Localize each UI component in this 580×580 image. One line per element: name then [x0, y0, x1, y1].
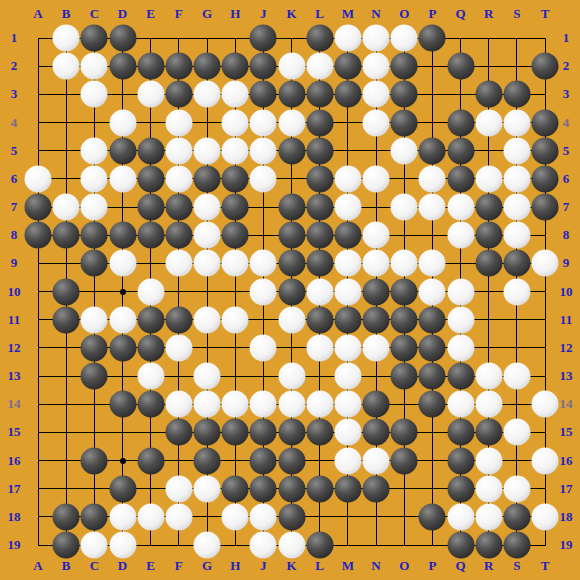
black-stone — [532, 109, 559, 136]
white-stone — [81, 532, 108, 559]
white-stone — [334, 447, 361, 474]
row-label-left: 3 — [11, 86, 18, 102]
black-stone — [81, 503, 108, 530]
black-stone — [334, 475, 361, 502]
black-stone — [137, 165, 164, 192]
white-stone — [250, 278, 277, 305]
black-stone — [165, 53, 192, 80]
white-stone — [447, 391, 474, 418]
white-stone — [194, 391, 221, 418]
white-stone — [165, 109, 192, 136]
col-label-bottom: G — [202, 558, 212, 574]
row-label-left: 5 — [11, 143, 18, 159]
black-stone — [391, 278, 418, 305]
black-stone — [81, 222, 108, 249]
white-stone — [250, 503, 277, 530]
black-stone — [532, 165, 559, 192]
white-stone — [165, 334, 192, 361]
white-stone — [194, 475, 221, 502]
col-label-bottom: K — [286, 558, 296, 574]
black-stone — [391, 306, 418, 333]
hoshi-dot — [120, 289, 126, 295]
black-stone — [503, 250, 530, 277]
white-stone — [194, 532, 221, 559]
white-stone — [363, 53, 390, 80]
white-stone — [475, 165, 502, 192]
white-stone — [363, 25, 390, 52]
black-stone — [306, 306, 333, 333]
black-stone — [391, 419, 418, 446]
col-label-top: O — [399, 6, 409, 22]
col-label-bottom: A — [33, 558, 42, 574]
white-stone — [53, 25, 80, 52]
col-label-top: Q — [455, 6, 465, 22]
col-label-bottom: O — [399, 558, 409, 574]
white-stone — [503, 165, 530, 192]
black-stone — [334, 81, 361, 108]
white-stone — [137, 278, 164, 305]
white-stone — [363, 109, 390, 136]
white-stone — [503, 137, 530, 164]
row-label-right: 18 — [560, 509, 573, 525]
col-label-top: J — [260, 6, 267, 22]
black-stone — [194, 447, 221, 474]
black-stone — [278, 222, 305, 249]
white-stone — [532, 503, 559, 530]
white-stone — [334, 334, 361, 361]
row-label-left: 1 — [11, 30, 18, 46]
white-stone — [447, 278, 474, 305]
black-stone — [53, 222, 80, 249]
white-stone — [53, 53, 80, 80]
white-stone — [81, 53, 108, 80]
row-label-left: 11 — [8, 312, 20, 328]
black-stone — [306, 25, 333, 52]
white-stone — [109, 250, 136, 277]
white-stone — [334, 25, 361, 52]
black-stone — [391, 363, 418, 390]
black-stone — [475, 250, 502, 277]
white-stone — [447, 222, 474, 249]
black-stone — [250, 53, 277, 80]
white-stone — [475, 447, 502, 474]
black-stone — [419, 503, 446, 530]
row-label-left: 9 — [11, 255, 18, 271]
white-stone — [137, 81, 164, 108]
white-stone — [222, 306, 249, 333]
col-label-top: D — [118, 6, 127, 22]
black-stone — [306, 81, 333, 108]
white-stone — [194, 137, 221, 164]
white-stone — [109, 532, 136, 559]
col-label-bottom: C — [90, 558, 99, 574]
white-stone — [447, 306, 474, 333]
black-stone — [250, 25, 277, 52]
black-stone — [419, 391, 446, 418]
white-stone — [109, 109, 136, 136]
white-stone — [475, 475, 502, 502]
row-label-right: 2 — [563, 58, 570, 74]
white-stone — [475, 391, 502, 418]
white-stone — [278, 532, 305, 559]
go-board[interactable]: AABBCCDDEEFFGGHHJJKKLLMMNNOOPPQQRRSSTT11… — [0, 0, 580, 580]
white-stone — [419, 194, 446, 221]
row-label-right: 3 — [563, 86, 570, 102]
black-stone — [81, 25, 108, 52]
white-stone — [165, 137, 192, 164]
row-label-right: 14 — [560, 396, 573, 412]
white-stone — [503, 475, 530, 502]
white-stone — [363, 334, 390, 361]
row-label-right: 19 — [560, 537, 573, 553]
black-stone — [363, 475, 390, 502]
white-stone — [250, 334, 277, 361]
white-stone — [363, 447, 390, 474]
black-stone — [447, 475, 474, 502]
black-stone — [532, 137, 559, 164]
white-stone — [278, 363, 305, 390]
black-stone — [222, 165, 249, 192]
col-label-bottom: Q — [455, 558, 465, 574]
white-stone — [165, 503, 192, 530]
white-stone — [475, 109, 502, 136]
black-stone — [137, 391, 164, 418]
black-stone — [109, 391, 136, 418]
row-label-right: 10 — [560, 284, 573, 300]
col-label-top: T — [541, 6, 550, 22]
white-stone — [278, 109, 305, 136]
row-label-left: 10 — [8, 284, 21, 300]
black-stone — [109, 334, 136, 361]
col-label-top: K — [286, 6, 296, 22]
row-label-right: 17 — [560, 481, 573, 497]
row-label-right: 12 — [560, 340, 573, 356]
black-stone — [419, 25, 446, 52]
white-stone — [109, 503, 136, 530]
black-stone — [363, 391, 390, 418]
black-stone — [447, 363, 474, 390]
white-stone — [81, 165, 108, 192]
black-stone — [165, 419, 192, 446]
black-stone — [391, 109, 418, 136]
white-stone — [222, 137, 249, 164]
black-stone — [306, 475, 333, 502]
black-stone — [306, 532, 333, 559]
row-label-left: 18 — [8, 509, 21, 525]
black-stone — [363, 306, 390, 333]
black-stone — [447, 137, 474, 164]
col-label-top: F — [175, 6, 183, 22]
black-stone — [278, 278, 305, 305]
black-stone — [222, 194, 249, 221]
black-stone — [306, 250, 333, 277]
black-stone — [81, 334, 108, 361]
white-stone — [334, 250, 361, 277]
row-label-left: 6 — [11, 171, 18, 187]
white-stone — [306, 334, 333, 361]
black-stone — [334, 53, 361, 80]
black-stone — [391, 81, 418, 108]
white-stone — [278, 306, 305, 333]
white-stone — [250, 165, 277, 192]
white-stone — [109, 306, 136, 333]
white-stone — [250, 532, 277, 559]
col-label-bottom: E — [146, 558, 155, 574]
black-stone — [250, 475, 277, 502]
white-stone — [137, 363, 164, 390]
white-stone — [222, 503, 249, 530]
row-label-left: 4 — [11, 115, 18, 131]
col-label-bottom: F — [175, 558, 183, 574]
white-stone — [503, 194, 530, 221]
row-label-right: 5 — [563, 143, 570, 159]
col-label-bottom: T — [541, 558, 550, 574]
hoshi-dot — [120, 458, 126, 464]
row-label-left: 12 — [8, 340, 21, 356]
black-stone — [81, 363, 108, 390]
black-stone — [419, 306, 446, 333]
row-label-right: 4 — [563, 115, 570, 131]
row-label-left: 14 — [8, 396, 21, 412]
white-stone — [250, 109, 277, 136]
white-stone — [391, 194, 418, 221]
row-label-left: 7 — [11, 199, 18, 215]
white-stone — [109, 165, 136, 192]
col-label-top: S — [513, 6, 520, 22]
white-stone — [532, 391, 559, 418]
col-label-top: N — [371, 6, 380, 22]
black-stone — [278, 447, 305, 474]
black-stone — [278, 250, 305, 277]
row-label-left: 19 — [8, 537, 21, 553]
white-stone — [503, 109, 530, 136]
row-label-right: 9 — [563, 255, 570, 271]
black-stone — [137, 194, 164, 221]
black-stone — [165, 222, 192, 249]
white-stone — [391, 25, 418, 52]
black-stone — [363, 278, 390, 305]
black-stone — [222, 475, 249, 502]
white-stone — [363, 165, 390, 192]
col-label-top: C — [90, 6, 99, 22]
black-stone — [222, 53, 249, 80]
black-stone — [447, 532, 474, 559]
col-label-top: P — [428, 6, 436, 22]
black-stone — [503, 532, 530, 559]
black-stone — [532, 53, 559, 80]
black-stone — [250, 447, 277, 474]
black-stone — [475, 419, 502, 446]
col-label-bottom: S — [513, 558, 520, 574]
black-stone — [165, 194, 192, 221]
row-label-left: 2 — [11, 58, 18, 74]
white-stone — [194, 250, 221, 277]
white-stone — [532, 250, 559, 277]
white-stone — [194, 363, 221, 390]
col-label-bottom: L — [315, 558, 324, 574]
white-stone — [503, 363, 530, 390]
white-stone — [194, 194, 221, 221]
row-label-right: 16 — [560, 453, 573, 469]
white-stone — [53, 194, 80, 221]
black-stone — [419, 363, 446, 390]
black-stone — [137, 53, 164, 80]
black-stone — [475, 194, 502, 221]
black-stone — [447, 419, 474, 446]
white-stone — [447, 503, 474, 530]
row-label-right: 8 — [563, 227, 570, 243]
col-label-bottom: D — [118, 558, 127, 574]
black-stone — [194, 419, 221, 446]
white-stone — [137, 503, 164, 530]
col-label-top: L — [315, 6, 324, 22]
black-stone — [53, 532, 80, 559]
white-stone — [222, 109, 249, 136]
black-stone — [81, 447, 108, 474]
white-stone — [222, 81, 249, 108]
white-stone — [194, 81, 221, 108]
white-stone — [363, 250, 390, 277]
black-stone — [334, 306, 361, 333]
black-stone — [475, 81, 502, 108]
col-label-top: G — [202, 6, 212, 22]
black-stone — [363, 419, 390, 446]
black-stone — [53, 503, 80, 530]
col-label-top: E — [146, 6, 155, 22]
black-stone — [109, 53, 136, 80]
black-stone — [306, 137, 333, 164]
black-stone — [53, 278, 80, 305]
row-label-right: 1 — [563, 30, 570, 46]
row-label-right: 6 — [563, 171, 570, 187]
col-label-bottom: B — [62, 558, 71, 574]
col-label-top: B — [62, 6, 71, 22]
row-label-right: 11 — [560, 312, 572, 328]
black-stone — [419, 334, 446, 361]
black-stone — [447, 109, 474, 136]
black-stone — [25, 194, 52, 221]
white-stone — [194, 306, 221, 333]
row-label-left: 13 — [8, 368, 21, 384]
black-stone — [250, 81, 277, 108]
white-stone — [419, 278, 446, 305]
white-stone — [222, 391, 249, 418]
black-stone — [278, 81, 305, 108]
white-stone — [250, 391, 277, 418]
black-stone — [391, 53, 418, 80]
white-stone — [334, 419, 361, 446]
white-stone — [447, 194, 474, 221]
black-stone — [532, 194, 559, 221]
white-stone — [25, 165, 52, 192]
black-stone — [391, 334, 418, 361]
white-stone — [306, 278, 333, 305]
white-stone — [250, 137, 277, 164]
black-stone — [137, 306, 164, 333]
white-stone — [278, 391, 305, 418]
black-stone — [306, 419, 333, 446]
white-stone — [363, 81, 390, 108]
white-stone — [165, 250, 192, 277]
col-label-bottom: M — [342, 558, 354, 574]
white-stone — [81, 306, 108, 333]
black-stone — [53, 306, 80, 333]
black-stone — [419, 137, 446, 164]
col-label-bottom: J — [260, 558, 267, 574]
black-stone — [109, 222, 136, 249]
black-stone — [222, 222, 249, 249]
white-stone — [81, 81, 108, 108]
white-stone — [419, 165, 446, 192]
black-stone — [278, 475, 305, 502]
white-stone — [475, 363, 502, 390]
row-label-right: 7 — [563, 199, 570, 215]
col-label-bottom: H — [230, 558, 240, 574]
white-stone — [363, 222, 390, 249]
black-stone — [25, 222, 52, 249]
black-stone — [194, 165, 221, 192]
black-stone — [278, 419, 305, 446]
black-stone — [278, 137, 305, 164]
black-stone — [222, 419, 249, 446]
black-stone — [137, 447, 164, 474]
white-stone — [334, 194, 361, 221]
white-stone — [81, 137, 108, 164]
white-stone — [503, 419, 530, 446]
black-stone — [391, 447, 418, 474]
black-stone — [503, 503, 530, 530]
black-stone — [475, 222, 502, 249]
white-stone — [334, 278, 361, 305]
black-stone — [165, 306, 192, 333]
col-label-top: R — [484, 6, 493, 22]
black-stone — [306, 194, 333, 221]
white-stone — [419, 250, 446, 277]
white-stone — [278, 53, 305, 80]
row-label-left: 15 — [8, 424, 21, 440]
white-stone — [391, 250, 418, 277]
white-stone — [475, 503, 502, 530]
black-stone — [109, 25, 136, 52]
col-label-bottom: P — [428, 558, 436, 574]
white-stone — [391, 137, 418, 164]
row-label-right: 15 — [560, 424, 573, 440]
white-stone — [165, 475, 192, 502]
white-stone — [503, 278, 530, 305]
black-stone — [447, 447, 474, 474]
black-stone — [81, 250, 108, 277]
col-label-bottom: N — [371, 558, 380, 574]
white-stone — [306, 391, 333, 418]
white-stone — [334, 363, 361, 390]
col-label-top: A — [33, 6, 42, 22]
black-stone — [306, 222, 333, 249]
col-label-bottom: R — [484, 558, 493, 574]
black-stone — [137, 222, 164, 249]
black-stone — [278, 503, 305, 530]
black-stone — [137, 137, 164, 164]
black-stone — [109, 475, 136, 502]
black-stone — [306, 165, 333, 192]
black-stone — [334, 222, 361, 249]
white-stone — [222, 250, 249, 277]
black-stone — [165, 81, 192, 108]
white-stone — [250, 250, 277, 277]
row-label-left: 8 — [11, 227, 18, 243]
white-stone — [306, 53, 333, 80]
white-stone — [447, 334, 474, 361]
col-label-top: H — [230, 6, 240, 22]
